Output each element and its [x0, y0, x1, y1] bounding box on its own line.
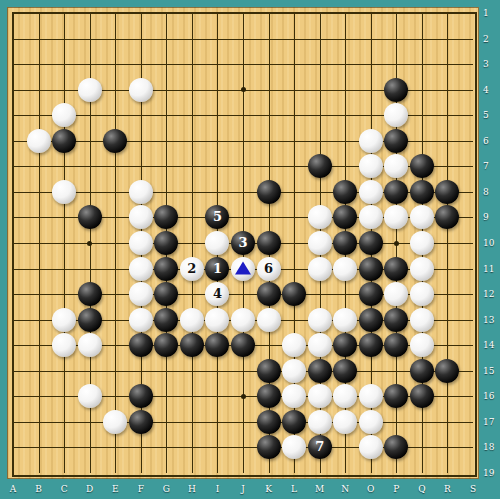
- stone-white-F12[interactable]: [129, 282, 153, 306]
- row-label-16: 16: [483, 391, 499, 401]
- stone-black-O11[interactable]: [359, 257, 383, 281]
- stone-white-Q11[interactable]: [410, 257, 434, 281]
- column-label-S: S: [463, 484, 483, 494]
- move-number-3: 3: [231, 231, 255, 255]
- stone-white-M11[interactable]: [308, 257, 332, 281]
- row-label-19: 19: [483, 468, 499, 478]
- stone-black-I9[interactable]: 5: [205, 205, 229, 229]
- stone-black-K16[interactable]: [257, 384, 281, 408]
- stone-black-Q8[interactable]: [410, 180, 434, 204]
- column-label-D: D: [80, 484, 100, 494]
- stone-black-F17[interactable]: [129, 410, 153, 434]
- row-label-18: 18: [483, 442, 499, 452]
- row-label-3: 3: [483, 59, 499, 69]
- column-label-N: N: [335, 484, 355, 494]
- stone-white-N17[interactable]: [333, 410, 357, 434]
- stone-white-O8[interactable]: [359, 180, 383, 204]
- stone-white-K13[interactable]: [257, 308, 281, 332]
- stone-black-D12[interactable]: [78, 282, 102, 306]
- row-label-5: 5: [483, 110, 499, 120]
- stone-white-M9[interactable]: [308, 205, 332, 229]
- stone-black-D13[interactable]: [78, 308, 102, 332]
- stone-black-M15[interactable]: [308, 359, 332, 383]
- column-label-E: E: [105, 484, 125, 494]
- stone-white-M10[interactable]: [308, 231, 332, 255]
- stone-white-F11[interactable]: [129, 257, 153, 281]
- column-label-F: F: [131, 484, 151, 494]
- stone-white-I13[interactable]: [205, 308, 229, 332]
- column-label-P: P: [386, 484, 406, 494]
- stone-white-Q13[interactable]: [410, 308, 434, 332]
- row-label-2: 2: [483, 34, 499, 44]
- stone-white-L15[interactable]: [282, 359, 306, 383]
- stone-white-M14[interactable]: [308, 333, 332, 357]
- stone-white-O17[interactable]: [359, 410, 383, 434]
- column-label-J: J: [233, 484, 253, 494]
- column-label-M: M: [310, 484, 330, 494]
- stone-white-O7[interactable]: [359, 154, 383, 178]
- stone-black-D9[interactable]: [78, 205, 102, 229]
- stone-white-N11[interactable]: [333, 257, 357, 281]
- stone-black-F16[interactable]: [129, 384, 153, 408]
- grid-line-horizontal: [13, 422, 473, 423]
- stone-white-O16[interactable]: [359, 384, 383, 408]
- stone-white-D4[interactable]: [78, 78, 102, 102]
- column-label-C: C: [54, 484, 74, 494]
- stone-white-D14[interactable]: [78, 333, 102, 357]
- column-label-O: O: [361, 484, 381, 494]
- stone-white-I12[interactable]: 4: [205, 282, 229, 306]
- stone-white-N13[interactable]: [333, 308, 357, 332]
- row-label-9: 9: [483, 212, 499, 222]
- triangle-marker: [235, 261, 251, 274]
- stone-black-Q15[interactable]: [410, 359, 434, 383]
- stone-black-H14[interactable]: [180, 333, 204, 357]
- column-label-A: A: [3, 484, 23, 494]
- stone-black-K12[interactable]: [257, 282, 281, 306]
- grid-line-vertical: [447, 13, 448, 473]
- row-label-8: 8: [483, 187, 499, 197]
- stone-black-M18[interactable]: 7: [308, 435, 332, 459]
- row-label-11: 11: [483, 264, 499, 274]
- stone-black-C6[interactable]: [52, 129, 76, 153]
- stone-white-Q14[interactable]: [410, 333, 434, 357]
- stone-white-E17[interactable]: [103, 410, 127, 434]
- column-label-K: K: [259, 484, 279, 494]
- grid-line-horizontal: [13, 371, 473, 372]
- row-label-12: 12: [483, 289, 499, 299]
- column-label-I: I: [207, 484, 227, 494]
- column-label-R: R: [437, 484, 457, 494]
- column-label-L: L: [284, 484, 304, 494]
- stone-white-F13[interactable]: [129, 308, 153, 332]
- column-label-G: G: [156, 484, 176, 494]
- stone-white-F10[interactable]: [129, 231, 153, 255]
- move-number-6: 6: [257, 257, 281, 281]
- stone-black-P6[interactable]: [384, 129, 408, 153]
- stone-black-K17[interactable]: [257, 410, 281, 434]
- stone-black-G13[interactable]: [154, 308, 178, 332]
- stone-white-Q10[interactable]: [410, 231, 434, 255]
- stone-black-J10[interactable]: 3: [231, 231, 255, 255]
- row-label-14: 14: [483, 340, 499, 350]
- stone-black-N8[interactable]: [333, 180, 357, 204]
- stone-black-K10[interactable]: [257, 231, 281, 255]
- stone-black-M7[interactable]: [308, 154, 332, 178]
- stone-white-J13[interactable]: [231, 308, 255, 332]
- stone-white-F8[interactable]: [129, 180, 153, 204]
- stone-black-O14[interactable]: [359, 333, 383, 357]
- move-number-5: 5: [205, 205, 229, 229]
- row-label-17: 17: [483, 417, 499, 427]
- stone-white-M13[interactable]: [308, 308, 332, 332]
- stone-black-E6[interactable]: [103, 129, 127, 153]
- row-label-7: 7: [483, 161, 499, 171]
- row-label-15: 15: [483, 366, 499, 376]
- column-label-H: H: [182, 484, 202, 494]
- star-point: [87, 241, 92, 246]
- move-number-7: 7: [308, 435, 332, 459]
- row-label-1: 1: [483, 8, 499, 18]
- row-label-13: 13: [483, 315, 499, 325]
- stone-black-K15[interactable]: [257, 359, 281, 383]
- star-point: [241, 87, 246, 92]
- stone-white-O6[interactable]: [359, 129, 383, 153]
- row-label-10: 10: [483, 238, 499, 248]
- column-label-B: B: [29, 484, 49, 494]
- stone-white-M17[interactable]: [308, 410, 332, 434]
- stone-black-I11[interactable]: 1: [205, 257, 229, 281]
- stone-black-F14[interactable]: [129, 333, 153, 357]
- stone-white-C8[interactable]: [52, 180, 76, 204]
- move-number-2: 2: [180, 257, 204, 281]
- stone-black-K8[interactable]: [257, 180, 281, 204]
- move-number-4: 4: [205, 282, 229, 306]
- stone-black-N15[interactable]: [333, 359, 357, 383]
- stone-black-O12[interactable]: [359, 282, 383, 306]
- stone-white-D16[interactable]: [78, 384, 102, 408]
- stone-black-O10[interactable]: [359, 231, 383, 255]
- star-point: [394, 241, 399, 246]
- row-label-6: 6: [483, 136, 499, 146]
- stone-black-G11[interactable]: [154, 257, 178, 281]
- stone-black-L17[interactable]: [282, 410, 306, 434]
- stone-white-M16[interactable]: [308, 384, 332, 408]
- stone-black-P4[interactable]: [384, 78, 408, 102]
- stone-white-F4[interactable]: [129, 78, 153, 102]
- go-board-diagram: 5321647ABCDEFGHIJKLMNOPQRS12345678910111…: [0, 0, 500, 499]
- stone-white-K11[interactable]: 6: [257, 257, 281, 281]
- stone-white-B6[interactable]: [27, 129, 51, 153]
- stone-white-C13[interactable]: [52, 308, 76, 332]
- move-number-1: 1: [205, 257, 229, 281]
- row-label-4: 4: [483, 85, 499, 95]
- stone-black-P13[interactable]: [384, 308, 408, 332]
- stone-black-O13[interactable]: [359, 308, 383, 332]
- stone-black-P11[interactable]: [384, 257, 408, 281]
- stone-white-Q12[interactable]: [410, 282, 434, 306]
- column-label-Q: Q: [412, 484, 432, 494]
- stone-black-K18[interactable]: [257, 435, 281, 459]
- stone-white-H11[interactable]: 2: [180, 257, 204, 281]
- star-point: [241, 394, 246, 399]
- stone-white-H13[interactable]: [180, 308, 204, 332]
- stone-white-J11[interactable]: [231, 257, 255, 281]
